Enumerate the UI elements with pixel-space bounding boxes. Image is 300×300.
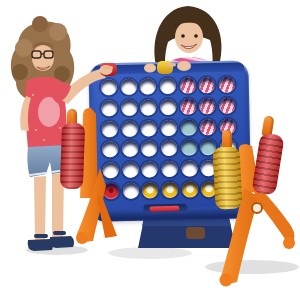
cell-r4-c3[interactable] <box>161 161 177 177</box>
cell-r3-c3[interactable] <box>161 140 177 156</box>
cell-r1-c0[interactable] <box>101 100 117 116</box>
cell-r3-c0[interactable] <box>102 141 118 157</box>
cell-r1-c1[interactable] <box>121 100 137 116</box>
cell-r3-c4[interactable] <box>181 140 197 156</box>
cell-r5-c2[interactable] <box>142 182 158 198</box>
cell-r5-c4[interactable] <box>182 181 198 197</box>
cell-r2-c0[interactable] <box>101 121 117 137</box>
cell-r2-c5[interactable] <box>200 119 216 135</box>
cell-r1-c5[interactable] <box>200 98 216 114</box>
cell-r4-c1[interactable] <box>122 162 138 178</box>
cell-r0-c0[interactable] <box>101 79 117 95</box>
cell-r1-c4[interactable] <box>180 98 196 114</box>
right-child-foot <box>186 227 205 239</box>
cell-r2-c3[interactable] <box>161 120 177 136</box>
cell-r2-c1[interactable] <box>121 120 137 136</box>
cell-r0-c3[interactable] <box>160 78 176 94</box>
cell-r0-c5[interactable] <box>199 77 215 93</box>
cell-r5-c0[interactable] <box>103 183 119 199</box>
cell-r3-c2[interactable] <box>141 141 157 157</box>
cell-r5-c3[interactable] <box>162 182 178 198</box>
left-child-legs <box>34 173 64 240</box>
cell-r0-c6[interactable] <box>219 77 235 93</box>
cell-r1-c6[interactable] <box>219 98 235 114</box>
cell-r2-c2[interactable] <box>141 120 157 136</box>
cell-r0-c1[interactable] <box>120 79 136 95</box>
cell-r0-c2[interactable] <box>140 79 156 95</box>
cell-r5-c1[interactable] <box>122 182 138 198</box>
cell-r4-c0[interactable] <box>102 162 118 178</box>
spare-stack-yellow-center[interactable] <box>212 146 242 209</box>
cell-r1-c2[interactable] <box>140 99 156 115</box>
floor-shadows <box>26 245 299 274</box>
spare-stack-red-left[interactable] <box>60 123 85 190</box>
product-photo-scene <box>0 0 300 300</box>
cell-r3-c1[interactable] <box>122 141 138 157</box>
release-slider[interactable] <box>149 206 179 212</box>
cell-r4-c4[interactable] <box>181 160 197 176</box>
cell-r1-c3[interactable] <box>160 99 176 115</box>
cell-r0-c4[interactable] <box>179 78 195 94</box>
cell-r2-c4[interactable] <box>180 119 196 135</box>
cell-r4-c2[interactable] <box>142 161 158 177</box>
